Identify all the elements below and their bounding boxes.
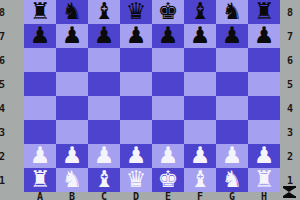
square-g5[interactable] (216, 72, 248, 96)
rank-labels-right: 87654321 (280, 0, 300, 192)
square-e7[interactable]: ♟ (152, 24, 184, 48)
square-h8[interactable]: ♜ (248, 0, 280, 24)
rank-label: 3 (0, 120, 24, 144)
rank-label: 8 (280, 0, 300, 24)
piece-black-pawn[interactable]: ♟ (190, 24, 211, 47)
piece-white-queen[interactable]: ♛ (126, 168, 147, 191)
hourglass-bottom-bar (283, 196, 296, 198)
square-d8[interactable]: ♛ (120, 0, 152, 24)
piece-black-pawn[interactable]: ♟ (30, 24, 51, 47)
piece-white-pawn[interactable]: ♟ (190, 144, 211, 167)
square-f2[interactable]: ♟ (184, 144, 216, 168)
square-e8[interactable]: ♚ (152, 0, 184, 24)
hourglass-icon (283, 186, 296, 198)
piece-black-queen[interactable]: ♛ (126, 0, 147, 23)
rank-label: 4 (280, 96, 300, 120)
square-e3[interactable] (152, 120, 184, 144)
square-f8[interactable]: ♝ (184, 0, 216, 24)
square-d6[interactable] (120, 48, 152, 72)
square-c4[interactable] (88, 96, 120, 120)
square-a4[interactable] (24, 96, 56, 120)
square-b2[interactable]: ♟ (56, 144, 88, 168)
square-c6[interactable] (88, 48, 120, 72)
square-c1[interactable]: ♝ (88, 168, 120, 192)
chess-screen: ♜♞♝♛♚♝♞♜♟♟♟♟♟♟♟♟♟♟♟♟♟♟♟♟♜♞♝♛♚♝♞♜ 8765432… (0, 0, 300, 200)
square-d5[interactable] (120, 72, 152, 96)
file-label: F (184, 191, 216, 200)
piece-black-rook[interactable]: ♜ (30, 0, 51, 23)
piece-white-bishop[interactable]: ♝ (94, 168, 115, 191)
piece-white-rook[interactable]: ♜ (254, 168, 275, 191)
piece-black-pawn[interactable]: ♟ (126, 24, 147, 47)
rank-label: 6 (280, 48, 300, 72)
square-f3[interactable] (184, 120, 216, 144)
file-label: H (248, 191, 280, 200)
file-label: D (120, 191, 152, 200)
file-label: E (152, 191, 184, 200)
file-label: C (88, 191, 120, 200)
chess-board: ♜♞♝♛♚♝♞♜♟♟♟♟♟♟♟♟♟♟♟♟♟♟♟♟♜♞♝♛♚♝♞♜ (24, 0, 280, 192)
rank-label: 5 (0, 72, 24, 96)
piece-white-pawn[interactable]: ♟ (30, 144, 51, 167)
piece-white-pawn[interactable]: ♟ (254, 144, 275, 167)
square-a7[interactable]: ♟ (24, 24, 56, 48)
piece-white-pawn[interactable]: ♟ (62, 144, 83, 167)
square-g8[interactable]: ♞ (216, 0, 248, 24)
square-f1[interactable]: ♝ (184, 168, 216, 192)
piece-white-pawn[interactable]: ♟ (126, 144, 147, 167)
rank-label: 6 (0, 48, 24, 72)
square-d2[interactable]: ♟ (120, 144, 152, 168)
square-d7[interactable]: ♟ (120, 24, 152, 48)
square-g1[interactable]: ♞ (216, 168, 248, 192)
piece-black-pawn[interactable]: ♟ (62, 24, 83, 47)
square-d4[interactable] (120, 96, 152, 120)
rank-label: 2 (0, 144, 24, 168)
square-g3[interactable] (216, 120, 248, 144)
square-c3[interactable] (88, 120, 120, 144)
square-f5[interactable] (184, 72, 216, 96)
square-c5[interactable] (88, 72, 120, 96)
square-d1[interactable]: ♛ (120, 168, 152, 192)
rank-label: 3 (280, 120, 300, 144)
square-h5[interactable] (248, 72, 280, 96)
square-a3[interactable] (24, 120, 56, 144)
rank-label: 8 (0, 0, 24, 24)
square-d3[interactable] (120, 120, 152, 144)
square-e1[interactable]: ♚ (152, 168, 184, 192)
piece-white-pawn[interactable]: ♟ (222, 144, 243, 167)
piece-black-bishop[interactable]: ♝ (190, 0, 211, 23)
file-label: A (24, 191, 56, 200)
rank-label: 2 (280, 144, 300, 168)
rank-label: 5 (280, 72, 300, 96)
square-a8[interactable]: ♜ (24, 0, 56, 24)
piece-black-pawn[interactable]: ♟ (222, 24, 243, 47)
piece-black-knight[interactable]: ♞ (222, 0, 243, 23)
piece-black-rook[interactable]: ♜ (254, 0, 275, 23)
square-b6[interactable] (56, 48, 88, 72)
piece-white-pawn[interactable]: ♟ (94, 144, 115, 167)
piece-white-knight[interactable]: ♞ (62, 168, 83, 191)
piece-black-king[interactable]: ♚ (158, 0, 179, 23)
square-b5[interactable] (56, 72, 88, 96)
square-a1[interactable]: ♜ (24, 168, 56, 192)
square-a5[interactable] (24, 72, 56, 96)
rank-label: 7 (0, 24, 24, 48)
piece-black-pawn[interactable]: ♟ (254, 24, 275, 47)
file-labels: ABCDEFGH (24, 191, 280, 200)
rank-label: 4 (0, 96, 24, 120)
square-e2[interactable]: ♟ (152, 144, 184, 168)
piece-black-knight[interactable]: ♞ (62, 0, 83, 23)
square-f6[interactable] (184, 48, 216, 72)
square-c8[interactable]: ♝ (88, 0, 120, 24)
piece-black-bishop[interactable]: ♝ (94, 0, 115, 23)
square-g7[interactable]: ♟ (216, 24, 248, 48)
piece-white-king[interactable]: ♚ (158, 168, 179, 191)
square-e5[interactable] (152, 72, 184, 96)
square-f4[interactable] (184, 96, 216, 120)
file-label: G (216, 191, 248, 200)
square-e6[interactable] (152, 48, 184, 72)
square-a6[interactable] (24, 48, 56, 72)
square-h3[interactable] (248, 120, 280, 144)
square-h1[interactable]: ♜ (248, 168, 280, 192)
file-label: B (56, 191, 88, 200)
square-a2[interactable]: ♟ (24, 144, 56, 168)
piece-white-bishop[interactable]: ♝ (190, 168, 211, 191)
square-b8[interactable]: ♞ (56, 0, 88, 24)
square-h6[interactable] (248, 48, 280, 72)
square-b3[interactable] (56, 120, 88, 144)
rank-label: 1 (0, 168, 24, 192)
square-b1[interactable]: ♞ (56, 168, 88, 192)
square-e4[interactable] (152, 96, 184, 120)
rank-label: 7 (280, 24, 300, 48)
square-f7[interactable]: ♟ (184, 24, 216, 48)
square-h7[interactable]: ♟ (248, 24, 280, 48)
square-h4[interactable] (248, 96, 280, 120)
piece-black-pawn[interactable]: ♟ (94, 24, 115, 47)
piece-white-rook[interactable]: ♜ (30, 168, 51, 191)
square-g4[interactable] (216, 96, 248, 120)
square-h2[interactable]: ♟ (248, 144, 280, 168)
piece-white-pawn[interactable]: ♟ (158, 144, 179, 167)
square-c7[interactable]: ♟ (88, 24, 120, 48)
square-b4[interactable] (56, 96, 88, 120)
square-g2[interactable]: ♟ (216, 144, 248, 168)
square-g6[interactable] (216, 48, 248, 72)
rank-labels-left: 87654321 (0, 0, 24, 192)
square-b7[interactable]: ♟ (56, 24, 88, 48)
piece-black-pawn[interactable]: ♟ (158, 24, 179, 47)
square-c2[interactable]: ♟ (88, 144, 120, 168)
piece-white-knight[interactable]: ♞ (222, 168, 243, 191)
